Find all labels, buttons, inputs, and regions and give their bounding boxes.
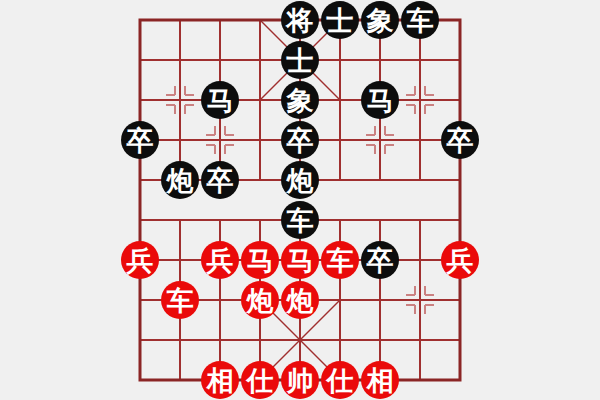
piece-black-horse[interactable]: 马 xyxy=(361,81,399,119)
piece-black-elephant[interactable]: 象 xyxy=(361,1,399,39)
piece-black-soldier[interactable]: 卒 xyxy=(361,241,399,279)
piece-red-elephant[interactable]: 相 xyxy=(361,361,399,399)
piece-red-general[interactable]: 帅 xyxy=(281,361,319,399)
piece-red-soldier[interactable]: 兵 xyxy=(441,241,479,279)
piece-black-soldier[interactable]: 卒 xyxy=(441,121,479,159)
piece-red-horse[interactable]: 马 xyxy=(281,241,319,279)
pieces-layer: 将士象车士马象马卒卒卒炮卒炮车卒兵兵马马车兵车炮炮相仕帅仕相 xyxy=(120,0,480,400)
piece-black-soldier[interactable]: 卒 xyxy=(201,161,239,199)
piece-red-soldier[interactable]: 兵 xyxy=(201,241,239,279)
piece-red-cannon[interactable]: 炮 xyxy=(241,281,279,319)
piece-red-chariot[interactable]: 车 xyxy=(161,281,199,319)
piece-red-advisor[interactable]: 仕 xyxy=(321,361,359,399)
piece-black-chariot[interactable]: 车 xyxy=(401,1,439,39)
piece-black-elephant[interactable]: 象 xyxy=(281,81,319,119)
piece-red-advisor[interactable]: 仕 xyxy=(241,361,279,399)
piece-black-chariot[interactable]: 车 xyxy=(281,201,319,239)
piece-red-soldier[interactable]: 兵 xyxy=(121,241,159,279)
piece-black-soldier[interactable]: 卒 xyxy=(281,121,319,159)
piece-black-advisor[interactable]: 士 xyxy=(321,1,359,39)
piece-black-cannon[interactable]: 炮 xyxy=(161,161,199,199)
piece-black-general[interactable]: 将 xyxy=(281,1,319,39)
piece-black-soldier[interactable]: 卒 xyxy=(121,121,159,159)
piece-red-chariot[interactable]: 车 xyxy=(321,241,359,279)
piece-red-horse[interactable]: 马 xyxy=(241,241,279,279)
xiangqi-app: 将士象车士马象马卒卒卒炮卒炮车卒兵兵马马车兵车炮炮相仕帅仕相 xyxy=(0,0,600,400)
board[interactable]: 将士象车士马象马卒卒卒炮卒炮车卒兵兵马马车兵车炮炮相仕帅仕相 xyxy=(0,0,600,400)
piece-black-horse[interactable]: 马 xyxy=(201,81,239,119)
piece-black-cannon[interactable]: 炮 xyxy=(281,161,319,199)
piece-red-elephant[interactable]: 相 xyxy=(201,361,239,399)
piece-red-cannon[interactable]: 炮 xyxy=(281,281,319,319)
piece-black-advisor[interactable]: 士 xyxy=(281,41,319,79)
